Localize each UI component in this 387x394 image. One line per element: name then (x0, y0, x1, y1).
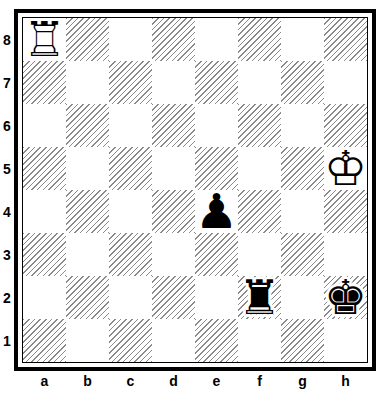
black-king-piece[interactable]: ♚ (324, 276, 367, 319)
rank-label-5: 5 (0, 147, 14, 190)
rank-label-4: 4 (0, 190, 14, 233)
square-b4[interactable] (66, 190, 109, 233)
white-rook-piece[interactable]: ♖ (23, 18, 66, 61)
square-h5[interactable]: ♔ (324, 147, 367, 190)
square-d6[interactable] (152, 104, 195, 147)
square-b8[interactable] (66, 18, 109, 61)
square-b5[interactable] (66, 147, 109, 190)
square-d4[interactable] (152, 190, 195, 233)
square-a7[interactable] (23, 61, 66, 104)
file-label-c: c (109, 373, 152, 389)
square-g6[interactable] (281, 104, 324, 147)
square-d2[interactable] (152, 276, 195, 319)
square-f1[interactable] (238, 319, 281, 362)
square-c3[interactable] (109, 233, 152, 276)
square-h4[interactable] (324, 190, 367, 233)
square-f8[interactable] (238, 18, 281, 61)
square-c7[interactable] (109, 61, 152, 104)
file-label-d: d (152, 373, 195, 389)
white-king-piece[interactable]: ♔ (324, 147, 367, 190)
square-b7[interactable] (66, 61, 109, 104)
square-c4[interactable] (109, 190, 152, 233)
square-g2[interactable] (281, 276, 324, 319)
square-e3[interactable] (195, 233, 238, 276)
square-c8[interactable] (109, 18, 152, 61)
square-b1[interactable] (66, 319, 109, 362)
rank-label-2: 2 (0, 276, 14, 319)
square-g3[interactable] (281, 233, 324, 276)
rank-label-3: 3 (0, 233, 14, 276)
black-pawn-piece[interactable]: ♟ (195, 190, 238, 233)
chess-diagram: 8 7 6 5 4 3 2 1 ♖♔♟♜♚ a b c d e f g h (0, 0, 387, 394)
square-c5[interactable] (109, 147, 152, 190)
file-label-f: f (238, 373, 281, 389)
square-h2[interactable]: ♚ (324, 276, 367, 319)
square-e8[interactable] (195, 18, 238, 61)
file-label-e: e (195, 373, 238, 389)
square-f5[interactable] (238, 147, 281, 190)
rank-labels: 8 7 6 5 4 3 2 1 (0, 18, 14, 362)
square-h1[interactable] (324, 319, 367, 362)
rank-label-1: 1 (0, 319, 14, 362)
square-g4[interactable] (281, 190, 324, 233)
square-e6[interactable] (195, 104, 238, 147)
square-f4[interactable] (238, 190, 281, 233)
square-f6[interactable] (238, 104, 281, 147)
square-a1[interactable] (23, 319, 66, 362)
square-g7[interactable] (281, 61, 324, 104)
square-a2[interactable] (23, 276, 66, 319)
square-a6[interactable] (23, 104, 66, 147)
square-f7[interactable] (238, 61, 281, 104)
rank-label-6: 6 (0, 104, 14, 147)
square-e4[interactable]: ♟ (195, 190, 238, 233)
rank-label-7: 7 (0, 61, 14, 104)
square-h7[interactable] (324, 61, 367, 104)
square-a3[interactable] (23, 233, 66, 276)
square-c6[interactable] (109, 104, 152, 147)
file-label-b: b (66, 373, 109, 389)
square-e2[interactable] (195, 276, 238, 319)
square-a8[interactable]: ♖ (23, 18, 66, 61)
square-a5[interactable] (23, 147, 66, 190)
file-label-a: a (23, 373, 66, 389)
square-g8[interactable] (281, 18, 324, 61)
square-f2[interactable]: ♜ (238, 276, 281, 319)
square-a4[interactable] (23, 190, 66, 233)
square-h8[interactable] (324, 18, 367, 61)
square-d8[interactable] (152, 18, 195, 61)
square-d1[interactable] (152, 319, 195, 362)
square-e7[interactable] (195, 61, 238, 104)
square-b3[interactable] (66, 233, 109, 276)
chess-board: ♖♔♟♜♚ (14, 9, 376, 371)
square-c1[interactable] (109, 319, 152, 362)
rank-label-8: 8 (0, 18, 14, 61)
square-b2[interactable] (66, 276, 109, 319)
black-rook-piece[interactable]: ♜ (238, 276, 281, 319)
file-labels: a b c d e f g h (23, 373, 367, 389)
square-g5[interactable] (281, 147, 324, 190)
board-grid: ♖♔♟♜♚ (22, 17, 368, 363)
square-d5[interactable] (152, 147, 195, 190)
square-b6[interactable] (66, 104, 109, 147)
square-e1[interactable] (195, 319, 238, 362)
file-label-h: h (324, 373, 367, 389)
square-d7[interactable] (152, 61, 195, 104)
square-c2[interactable] (109, 276, 152, 319)
square-d3[interactable] (152, 233, 195, 276)
square-g1[interactable] (281, 319, 324, 362)
file-label-g: g (281, 373, 324, 389)
